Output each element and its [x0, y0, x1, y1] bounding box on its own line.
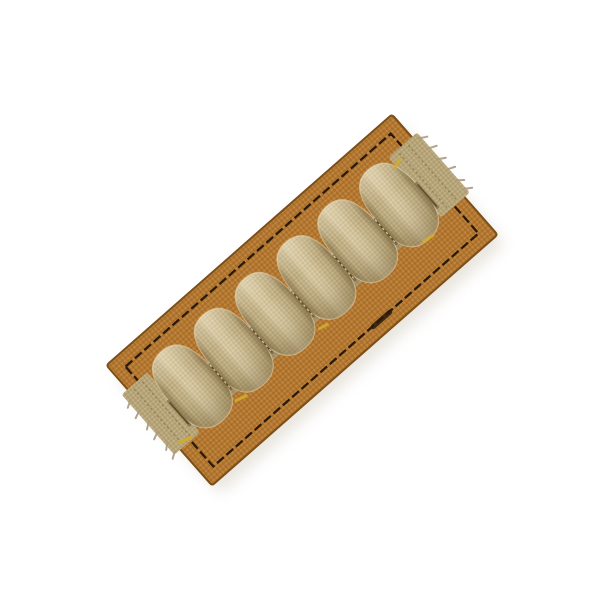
shell-holder-illustration	[0, 0, 600, 600]
shell-holder-panel	[97, 106, 516, 503]
product-photo	[0, 0, 600, 600]
